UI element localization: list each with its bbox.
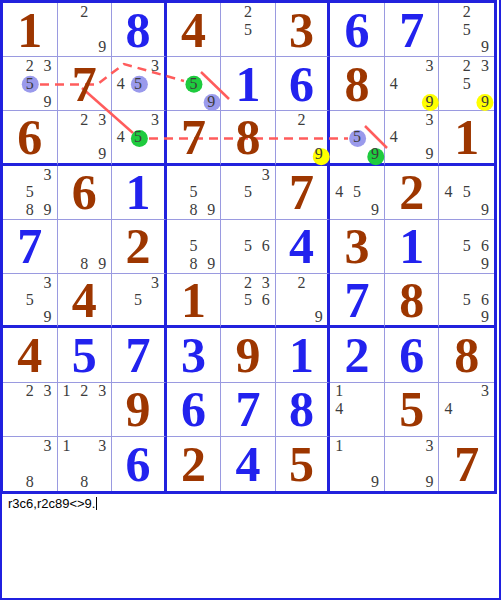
cell-r9c7[interactable]: 19: [330, 437, 385, 491]
candidate-digit: 2: [293, 274, 310, 291]
candidate-digit: 2: [239, 274, 257, 291]
cell-r3c7[interactable]: 59: [330, 111, 385, 165]
candidate-digit: 1: [330, 437, 348, 455]
candidate-digit: 5: [458, 21, 476, 39]
candidate-digit: 9: [202, 93, 220, 111]
candidate-digit: 4: [330, 183, 348, 201]
candidate-grid: 3589: [3, 166, 57, 219]
candidate-grid: 2359: [439, 57, 494, 110]
candidate-digit: 5: [129, 291, 146, 308]
candidate-grid: 259: [439, 3, 494, 56]
given-digit: 4: [58, 274, 112, 325]
candidate-digit: 6: [257, 291, 275, 308]
candidate-digit: 2: [75, 383, 93, 401]
given-digit: 7: [439, 437, 494, 491]
given-digit: 2: [112, 220, 164, 273]
candidate-digit: 5: [458, 183, 476, 201]
cell-r7c6[interactable]: 1: [276, 328, 331, 382]
given-digit: 3: [330, 220, 384, 273]
candidate-digit: 2: [458, 3, 476, 21]
cell-r7c1[interactable]: 4: [3, 328, 58, 382]
cell-r4c4[interactable]: 589: [167, 166, 222, 220]
cell-r3c2[interactable]: 239: [58, 111, 113, 165]
cell-r7c2[interactable]: 5: [58, 328, 113, 382]
cell-r2c6[interactable]: 6: [276, 57, 331, 111]
solved-digit: 6: [276, 57, 328, 110]
solved-digit: 1: [112, 166, 164, 219]
cell-r8c7[interactable]: 14: [330, 383, 385, 437]
solved-digit: 2: [330, 328, 384, 381]
candidate-digit: 5: [21, 75, 39, 93]
given-digit: 8: [330, 57, 384, 110]
candidate-digit: 8: [185, 201, 203, 219]
candidate-digit: 3: [421, 57, 439, 75]
cell-r1c3[interactable]: 8: [112, 3, 167, 57]
cell-r6c2[interactable]: 4: [58, 274, 113, 328]
solved-digit: 8: [276, 383, 328, 436]
cell-r6c7[interactable]: 7: [330, 274, 385, 328]
cell-r8c2[interactable]: 123: [58, 383, 113, 437]
solved-digit: 7: [112, 328, 164, 381]
candidate-digit: 9: [93, 255, 111, 273]
candidate-digit: 3: [257, 274, 275, 291]
candidate-digit: 9: [93, 146, 111, 163]
candidate-digit: 1: [58, 437, 76, 455]
candidate-digit: 9: [310, 308, 327, 325]
candidate-grid: 39: [385, 437, 439, 491]
candidate-digit: 9: [310, 146, 327, 163]
given-digit: 5: [276, 437, 328, 491]
candidate-digit: 2: [75, 111, 93, 128]
candidate-digit: 9: [476, 38, 494, 56]
candidate-digit: 4: [385, 75, 403, 93]
sudoku-app-window: 1298425367259235973455916834923596239345…: [0, 0, 501, 600]
text-caret: [96, 497, 97, 510]
candidate-digit: 5: [185, 183, 203, 201]
cell-r9c8[interactable]: 39: [385, 437, 440, 491]
given-digit: 3: [276, 3, 328, 56]
candidate-digit: 5: [458, 238, 476, 256]
candidate-digit: 5: [129, 75, 146, 93]
window-border-left: [0, 0, 2, 600]
candidate-digit: 5: [21, 183, 39, 201]
candidate-grid: 123: [58, 383, 112, 436]
candidate-digit: 9: [476, 93, 494, 111]
candidate-digit: 8: [75, 255, 93, 273]
given-digit: 8: [439, 328, 494, 381]
cell-r4c8[interactable]: 2: [385, 166, 440, 220]
cell-r1c2[interactable]: 29: [58, 3, 113, 57]
candidate-digit: 3: [39, 383, 57, 401]
given-digit: 2: [167, 437, 221, 491]
candidate-grid: 89: [58, 220, 112, 273]
given-digit: 6: [3, 111, 57, 162]
cell-r9c4[interactable]: 2: [167, 437, 222, 491]
candidate-digit: 9: [93, 38, 111, 56]
candidate-digit: 3: [146, 111, 163, 128]
solved-digit: 1: [385, 220, 439, 273]
candidate-digit: 1: [58, 383, 76, 401]
cell-r5c4[interactable]: 589: [167, 220, 222, 274]
candidate-digit: 9: [39, 201, 57, 219]
candidate-digit: 5: [185, 238, 203, 256]
cell-r2c5[interactable]: 1: [221, 57, 276, 111]
candidate-digit: 3: [93, 383, 111, 401]
candidate-digit: 6: [257, 238, 275, 256]
cell-r2c4[interactable]: 59: [167, 57, 222, 111]
candidate-digit: 4: [112, 75, 129, 93]
solved-digit: 1: [221, 57, 275, 110]
candidate-digit: 6: [476, 291, 494, 308]
cell-r3c4[interactable]: 7: [167, 111, 222, 165]
cell-r6c4[interactable]: 1: [167, 274, 222, 328]
candidate-digit: 9: [366, 201, 384, 219]
cell-r5c3[interactable]: 2: [112, 220, 167, 274]
cell-r4c6[interactable]: 7: [276, 166, 331, 220]
candidate-grid: 59: [167, 57, 221, 110]
cell-r7c8[interactable]: 6: [385, 328, 440, 382]
candidate-digit: 3: [421, 437, 439, 455]
solved-digit: 7: [221, 383, 275, 436]
cell-r7c3[interactable]: 7: [112, 328, 167, 382]
candidate-digit: 3: [476, 57, 494, 75]
cell-r7c4[interactable]: 3: [167, 328, 222, 382]
given-digit: 7: [167, 111, 221, 162]
candidate-grid: 345: [112, 111, 164, 162]
candidate-digit: 3: [421, 111, 439, 128]
given-digit: 7: [276, 166, 328, 219]
candidate-digit: 8: [21, 201, 39, 219]
cell-r5c7[interactable]: 3: [330, 220, 385, 274]
cell-r9c5[interactable]: 4: [221, 437, 276, 491]
candidate-digit: 9: [202, 255, 220, 273]
cell-r1c6[interactable]: 3: [276, 3, 331, 57]
cell-r9c3[interactable]: 6: [112, 437, 167, 491]
candidate-grid: 29: [58, 3, 112, 56]
candidate-digit: 3: [146, 57, 163, 75]
given-digit: 6: [58, 166, 112, 219]
cell-r8c5[interactable]: 7: [221, 383, 276, 437]
candidate-grid: 345: [112, 57, 164, 110]
candidate-grid: 29: [276, 274, 328, 325]
candidate-grid: 138: [58, 437, 112, 491]
cell-r2c1[interactable]: 2359: [3, 57, 58, 111]
cell-r7c9[interactable]: 8: [439, 328, 494, 382]
candidate-digit: 5: [239, 291, 257, 308]
cell-r3c9[interactable]: 1: [439, 111, 494, 165]
candidate-digit: 5: [348, 183, 366, 201]
candidate-grid: 29: [276, 111, 328, 162]
solved-digit: 7: [385, 3, 439, 56]
given-digit: 4: [3, 328, 57, 381]
candidate-grid: 589: [167, 220, 221, 273]
cell-r8c8[interactable]: 5: [385, 383, 440, 437]
candidate-digit: 2: [21, 383, 39, 401]
candidate-grid: 349: [385, 57, 439, 110]
cell-r2c2[interactable]: 7: [58, 57, 113, 111]
candidate-grid: 35: [112, 274, 164, 325]
cell-r9c1[interactable]: 38: [3, 437, 58, 491]
given-digit: 7: [58, 57, 112, 110]
cell-r9c6[interactable]: 5: [276, 437, 331, 491]
solved-digit: 6: [385, 328, 439, 381]
cell-r2c8[interactable]: 349: [385, 57, 440, 111]
solved-digit: 6: [112, 437, 164, 491]
cell-r6c9[interactable]: 569: [439, 274, 494, 328]
command-input[interactable]: r3c6,r2c89<>9.: [2, 495, 501, 513]
cell-r5c9[interactable]: 569: [439, 220, 494, 274]
solved-digit: 5: [58, 328, 112, 381]
candidate-grid: 2359: [3, 57, 57, 110]
candidate-digit: 3: [39, 57, 57, 75]
candidate-digit: 3: [39, 437, 57, 455]
cell-r7c7[interactable]: 2: [330, 328, 385, 382]
solved-digit: 1: [276, 328, 328, 381]
candidate-digit: 4: [385, 129, 403, 146]
cell-r8c9[interactable]: 34: [439, 383, 494, 437]
given-digit: 2: [385, 166, 439, 219]
candidate-grid: 14: [330, 383, 384, 436]
candidate-digit: 5: [21, 291, 39, 308]
cell-r8c1[interactable]: 23: [3, 383, 58, 437]
candidate-digit: 3: [93, 437, 111, 455]
candidate-digit: 2: [239, 3, 257, 21]
candidate-digit: 2: [293, 111, 310, 128]
candidate-grid: 35: [221, 166, 275, 219]
candidate-digit: 4: [330, 400, 348, 418]
candidate-digit: 3: [146, 274, 163, 291]
cell-r4c2[interactable]: 6: [58, 166, 113, 220]
candidate-digit: 9: [39, 93, 57, 111]
cell-r1c7[interactable]: 6: [330, 3, 385, 57]
candidate-digit: 4: [112, 129, 129, 146]
cell-r2c7[interactable]: 8: [330, 57, 385, 111]
cell-r8c4[interactable]: 6: [167, 383, 222, 437]
candidate-digit: 5: [458, 291, 476, 308]
solved-digit: 8: [112, 3, 164, 56]
candidate-grid: 459: [439, 166, 494, 219]
cell-r9c2[interactable]: 138: [58, 437, 113, 491]
given-digit: 8: [385, 274, 439, 325]
solved-digit: 3: [167, 328, 221, 381]
command-text: r3c6,r2c89<>9.: [8, 496, 95, 511]
candidate-grid: 569: [439, 220, 494, 273]
candidate-grid: 23: [3, 383, 57, 436]
cell-r1c8[interactable]: 7: [385, 3, 440, 57]
cell-r6c6[interactable]: 29: [276, 274, 331, 328]
cell-r1c9[interactable]: 259: [439, 3, 494, 57]
candidate-grid: 59: [330, 111, 384, 162]
cell-r4c5[interactable]: 35: [221, 166, 276, 220]
cell-r3c5[interactable]: 8: [221, 111, 276, 165]
candidate-digit: 2: [458, 57, 476, 75]
given-digit: 1: [167, 274, 221, 325]
cell-r4c1[interactable]: 3589: [3, 166, 58, 220]
solved-digit: 4: [276, 220, 328, 273]
given-digit: 5: [385, 383, 439, 436]
candidate-grid: 349: [385, 111, 439, 162]
candidate-digit: 9: [202, 201, 220, 219]
given-digit: 9: [112, 383, 164, 436]
candidate-digit: 9: [39, 308, 57, 325]
candidate-digit: 9: [366, 473, 384, 491]
candidate-digit: 6: [476, 238, 494, 256]
cell-r4c7[interactable]: 459: [330, 166, 385, 220]
candidate-grid: 239: [58, 111, 112, 162]
candidate-digit: 3: [39, 166, 57, 184]
candidate-digit: 9: [476, 201, 494, 219]
candidate-digit: 5: [348, 129, 366, 146]
cell-r3c3[interactable]: 345: [112, 111, 167, 165]
solved-digit: 6: [167, 383, 221, 436]
cell-r6c3[interactable]: 35: [112, 274, 167, 328]
candidate-digit: 3: [476, 383, 494, 401]
candidate-grid: 459: [330, 166, 384, 219]
cell-r8c3[interactable]: 9: [112, 383, 167, 437]
candidate-digit: 3: [257, 166, 275, 184]
cell-r1c1[interactable]: 1: [3, 3, 58, 57]
cell-r9c9[interactable]: 7: [439, 437, 494, 491]
candidate-digit: 2: [21, 57, 39, 75]
candidate-grid: 34: [439, 383, 494, 436]
cell-r4c9[interactable]: 459: [439, 166, 494, 220]
candidate-grid: 569: [439, 274, 494, 325]
cell-r2c9[interactable]: 2359: [439, 57, 494, 111]
candidate-digit: 5: [239, 238, 257, 256]
cell-r3c8[interactable]: 349: [385, 111, 440, 165]
candidate-digit: 9: [476, 255, 494, 273]
candidate-digit: 9: [421, 473, 439, 491]
sudoku-board[interactable]: 1298425367259235973455916834923596239345…: [0, 0, 497, 494]
solved-digit: 4: [221, 437, 275, 491]
candidate-grid: 19: [330, 437, 384, 491]
cell-r1c5[interactable]: 25: [221, 3, 276, 57]
cell-r5c6[interactable]: 4: [276, 220, 331, 274]
cell-r5c2[interactable]: 89: [58, 220, 113, 274]
cell-r5c1[interactable]: 7: [3, 220, 58, 274]
given-digit: 4: [167, 3, 221, 56]
candidate-grid: 2356: [221, 274, 275, 325]
cell-r8c6[interactable]: 8: [276, 383, 331, 437]
candidate-digit: 3: [93, 111, 111, 128]
candidate-digit: 4: [439, 183, 457, 201]
candidate-digit: 8: [21, 473, 39, 491]
cell-r6c1[interactable]: 359: [3, 274, 58, 328]
solved-digit: 6: [330, 3, 384, 56]
cell-r1c4[interactable]: 4: [167, 3, 222, 57]
candidate-digit: 2: [75, 3, 93, 21]
candidate-digit: 5: [239, 183, 257, 201]
given-digit: 1: [3, 3, 57, 56]
given-digit: 1: [439, 111, 494, 162]
candidate-grid: 589: [167, 166, 221, 219]
candidate-grid: 38: [3, 437, 57, 491]
cell-r5c5[interactable]: 56: [221, 220, 276, 274]
candidate-digit: 8: [185, 255, 203, 273]
candidate-grid: 25: [221, 3, 275, 56]
cell-r5c8[interactable]: 1: [385, 220, 440, 274]
candidate-digit: 9: [366, 146, 384, 163]
solved-digit: 7: [330, 274, 384, 325]
candidate-digit: 4: [439, 400, 457, 418]
candidate-digit: 9: [421, 93, 439, 111]
cell-r6c8[interactable]: 8: [385, 274, 440, 328]
cell-r3c1[interactable]: 6: [3, 111, 58, 165]
given-digit: 8: [221, 111, 275, 162]
candidate-digit: 5: [129, 129, 146, 146]
candidate-digit: 3: [39, 274, 57, 291]
solved-digit: 7: [3, 220, 57, 273]
candidate-digit: 5: [458, 75, 476, 93]
candidate-digit: 9: [421, 146, 439, 163]
candidate-digit: 5: [239, 21, 257, 39]
candidate-digit: 1: [330, 383, 348, 401]
given-digit: 9: [221, 328, 275, 381]
candidate-digit: 5: [185, 75, 203, 93]
candidate-digit: 9: [476, 308, 494, 325]
cell-r2c3[interactable]: 345: [112, 57, 167, 111]
cell-r6c5[interactable]: 2356: [221, 274, 276, 328]
candidate-grid: 359: [3, 274, 57, 325]
candidate-grid: 56: [221, 220, 275, 273]
cell-r3c6[interactable]: 29: [276, 111, 331, 165]
candidate-digit: 8: [75, 473, 93, 491]
cell-r7c5[interactable]: 9: [221, 328, 276, 382]
cell-r4c3[interactable]: 1: [112, 166, 167, 220]
